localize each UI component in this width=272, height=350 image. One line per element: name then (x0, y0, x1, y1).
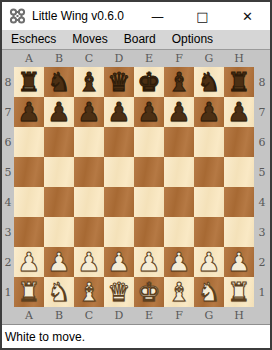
square-b4[interactable] (44, 187, 74, 217)
minimize-button[interactable]: — (135, 2, 180, 30)
file-label-top-b: B (44, 50, 74, 67)
square-a4[interactable] (14, 187, 44, 217)
square-d8[interactable]: ♛ (104, 67, 134, 97)
corner (2, 50, 14, 67)
rank-label-left-7: 7 (2, 97, 14, 127)
black-pawn[interactable]: ♟ (197, 97, 220, 127)
status-text: White to move. (5, 330, 85, 344)
square-b1[interactable]: ♞ (44, 277, 74, 307)
white-rook[interactable]: ♜ (227, 277, 250, 307)
square-c2[interactable]: ♟ (74, 247, 104, 277)
black-knight[interactable]: ♞ (197, 67, 220, 97)
black-pawn[interactable]: ♟ (107, 97, 130, 127)
window-title: Little Wing v0.6.0 (32, 9, 124, 23)
file-label-top-h: H (224, 50, 254, 67)
title-bar: Little Wing v0.6.0 — □ ✕ (2, 2, 270, 30)
square-a5[interactable] (14, 157, 44, 187)
black-pawn[interactable]: ♟ (167, 97, 190, 127)
file-label-top-g: G (194, 50, 224, 67)
square-e7[interactable]: ♟ (134, 97, 164, 127)
rank-label-right-3: 3 (254, 217, 270, 247)
white-pawn[interactable]: ♟ (77, 247, 100, 277)
white-knight[interactable]: ♞ (197, 277, 220, 307)
square-a2[interactable]: ♟ (14, 247, 44, 277)
square-g2[interactable]: ♟ (194, 247, 224, 277)
square-d5[interactable] (104, 157, 134, 187)
white-bishop[interactable]: ♝ (77, 277, 100, 307)
maximize-button[interactable]: □ (180, 2, 225, 30)
square-e8[interactable]: ♚ (134, 67, 164, 97)
rank-label-right-2: 2 (254, 247, 270, 277)
square-b8[interactable]: ♞ (44, 67, 74, 97)
app-icon (9, 8, 26, 24)
square-g1[interactable]: ♞ (194, 277, 224, 307)
file-label-top-c: C (74, 50, 104, 67)
rank-label-left-3: 3 (2, 217, 14, 247)
square-d2[interactable]: ♟ (104, 247, 134, 277)
window-controls: — □ ✕ (135, 2, 270, 30)
file-label-top-e: E (134, 50, 164, 67)
square-h4[interactable] (224, 187, 254, 217)
white-pawn[interactable]: ♟ (137, 247, 160, 277)
square-f5[interactable] (164, 157, 194, 187)
rank-label-right-1: 1 (254, 277, 270, 307)
black-queen[interactable]: ♛ (107, 67, 130, 97)
menu-item-options[interactable]: Options (164, 30, 221, 49)
white-pawn[interactable]: ♟ (227, 247, 250, 277)
square-g6[interactable] (194, 127, 224, 157)
square-f7[interactable]: ♟ (164, 97, 194, 127)
square-c8[interactable]: ♝ (74, 67, 104, 97)
white-pawn[interactable]: ♟ (197, 247, 220, 277)
black-knight[interactable]: ♞ (47, 67, 70, 97)
rank-label-left-4: 4 (2, 187, 14, 217)
rank-label-right-4: 4 (254, 187, 270, 217)
square-e2[interactable]: ♟ (134, 247, 164, 277)
square-c7[interactable]: ♟ (74, 97, 104, 127)
white-pawn[interactable]: ♟ (107, 247, 130, 277)
black-pawn[interactable]: ♟ (137, 97, 160, 127)
square-g7[interactable]: ♟ (194, 97, 224, 127)
square-b2[interactable]: ♟ (44, 247, 74, 277)
square-f2[interactable]: ♟ (164, 247, 194, 277)
white-pawn[interactable]: ♟ (17, 247, 40, 277)
square-h1[interactable]: ♜ (224, 277, 254, 307)
square-f3[interactable] (164, 217, 194, 247)
file-label-top-d: D (104, 50, 134, 67)
rank-label-right-5: 5 (254, 157, 270, 187)
menu-item-moves[interactable]: Moves (64, 30, 115, 49)
black-bishop[interactable]: ♝ (167, 67, 190, 97)
square-g8[interactable]: ♞ (194, 67, 224, 97)
square-d3[interactable] (104, 217, 134, 247)
square-d7[interactable]: ♟ (104, 97, 134, 127)
square-d6[interactable] (104, 127, 134, 157)
white-rook[interactable]: ♜ (17, 277, 40, 307)
square-f4[interactable] (164, 187, 194, 217)
square-h5[interactable] (224, 157, 254, 187)
black-pawn[interactable]: ♟ (77, 97, 100, 127)
square-g5[interactable] (194, 157, 224, 187)
square-c5[interactable] (74, 157, 104, 187)
square-b7[interactable]: ♟ (44, 97, 74, 127)
black-king[interactable]: ♚ (137, 67, 160, 97)
rank-label-right-7: 7 (254, 97, 270, 127)
menu-item-board[interactable]: Board (116, 30, 164, 49)
square-f1[interactable]: ♝ (164, 277, 194, 307)
status-bar: White to move. (2, 324, 270, 348)
square-c3[interactable] (74, 217, 104, 247)
white-pawn[interactable]: ♟ (167, 247, 190, 277)
white-king[interactable]: ♚ (137, 277, 160, 307)
black-pawn[interactable]: ♟ (47, 97, 70, 127)
square-b5[interactable] (44, 157, 74, 187)
file-label-bottom-g: G (194, 307, 224, 324)
app-window: Little Wing v0.6.0 — □ ✕ EschecsMovesBoa… (0, 0, 272, 350)
square-d1[interactable]: ♛ (104, 277, 134, 307)
square-e6[interactable] (134, 127, 164, 157)
file-label-bottom-f: F (164, 307, 194, 324)
menu-item-eschecs[interactable]: Eschecs (3, 30, 64, 49)
file-label-bottom-d: D (104, 307, 134, 324)
menu-bar: EschecsMovesBoardOptions (2, 30, 270, 50)
black-pawn[interactable]: ♟ (227, 97, 250, 127)
square-h2[interactable]: ♟ (224, 247, 254, 277)
black-rook[interactable]: ♜ (227, 67, 250, 97)
rank-label-right-6: 6 (254, 127, 270, 157)
corner (254, 307, 270, 324)
file-label-top-a: A (14, 50, 44, 67)
corner (254, 50, 270, 67)
square-c4[interactable] (74, 187, 104, 217)
black-bishop[interactable]: ♝ (77, 67, 100, 97)
file-label-bottom-h: H (224, 307, 254, 324)
square-a3[interactable] (14, 217, 44, 247)
square-c1[interactable]: ♝ (74, 277, 104, 307)
white-bishop[interactable]: ♝ (167, 277, 190, 307)
square-a1[interactable]: ♜ (14, 277, 44, 307)
file-label-bottom-a: A (14, 307, 44, 324)
square-a7[interactable]: ♟ (14, 97, 44, 127)
rank-label-left-1: 1 (2, 277, 14, 307)
file-label-top-f: F (164, 50, 194, 67)
square-h8[interactable]: ♜ (224, 67, 254, 97)
rank-label-left-2: 2 (2, 247, 14, 277)
black-rook[interactable]: ♜ (17, 67, 40, 97)
square-h6[interactable] (224, 127, 254, 157)
file-label-bottom-e: E (134, 307, 164, 324)
file-label-bottom-c: C (74, 307, 104, 324)
chess-board: ABCDEFGH8♜♞♝♛♚♝♞♜87♟♟♟♟♟♟♟♟7665544332♟♟♟… (2, 50, 270, 324)
square-e3[interactable] (134, 217, 164, 247)
black-pawn[interactable]: ♟ (17, 97, 40, 127)
square-a8[interactable]: ♜ (14, 67, 44, 97)
close-button[interactable]: ✕ (225, 2, 270, 30)
square-g4[interactable] (194, 187, 224, 217)
square-e1[interactable]: ♚ (134, 277, 164, 307)
rank-label-left-8: 8 (2, 67, 14, 97)
white-knight[interactable]: ♞ (47, 277, 70, 307)
rank-label-left-5: 5 (2, 157, 14, 187)
rank-label-left-6: 6 (2, 127, 14, 157)
square-e4[interactable] (134, 187, 164, 217)
white-pawn[interactable]: ♟ (47, 247, 70, 277)
file-label-bottom-b: B (44, 307, 74, 324)
square-c6[interactable] (74, 127, 104, 157)
square-a6[interactable] (14, 127, 44, 157)
corner (2, 307, 14, 324)
square-e5[interactable] (134, 157, 164, 187)
square-f6[interactable] (164, 127, 194, 157)
rank-label-right-8: 8 (254, 67, 270, 97)
white-queen[interactable]: ♛ (107, 277, 130, 307)
square-g3[interactable] (194, 217, 224, 247)
square-h3[interactable] (224, 217, 254, 247)
square-b6[interactable] (44, 127, 74, 157)
square-b3[interactable] (44, 217, 74, 247)
square-f8[interactable]: ♝ (164, 67, 194, 97)
square-h7[interactable]: ♟ (224, 97, 254, 127)
square-d4[interactable] (104, 187, 134, 217)
